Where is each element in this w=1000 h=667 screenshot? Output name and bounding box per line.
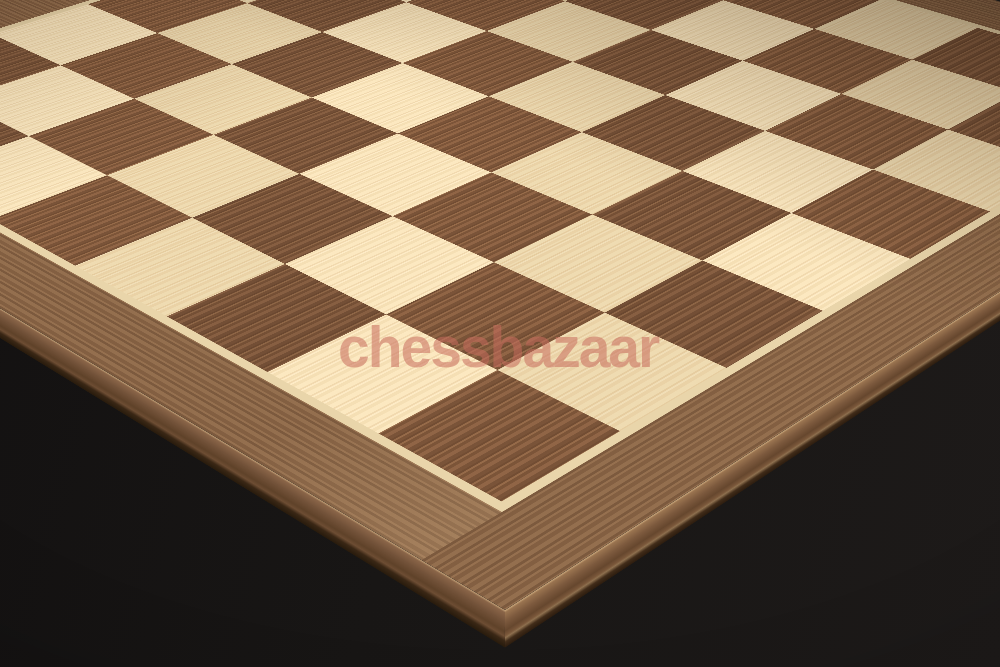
board-playfield [0, 0, 1000, 512]
board-frame [0, 0, 1000, 610]
chess-board [0, 0, 1000, 610]
watermark-text: chessbazaar [338, 314, 658, 380]
